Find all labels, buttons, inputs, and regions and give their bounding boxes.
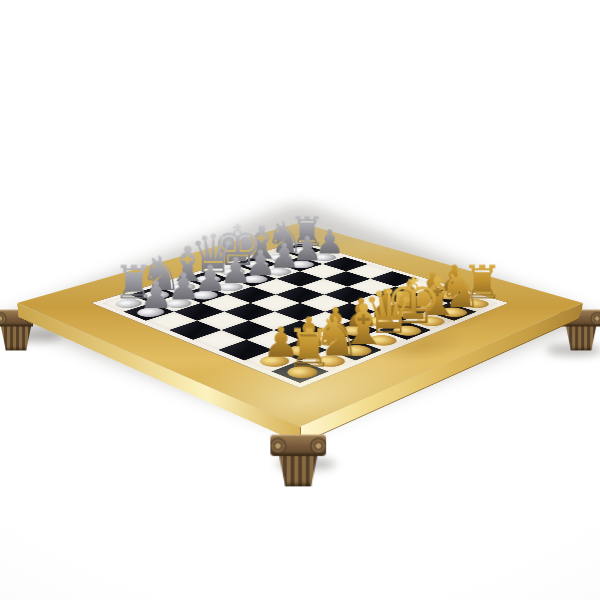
chess-board: ♜♞♝♛♚♝♞♜♟♟♟♟♟♟♟♟♟♟♟♟♟♟♟♟♜♞♝♛♚♝♞♜ (17, 223, 583, 427)
foot-flutes (279, 456, 317, 486)
scene: ♜♞♝♛♚♝♞♜♟♟♟♟♟♟♟♟♟♟♟♟♟♟♟♟♜♞♝♛♚♝♞♜ (0, 0, 600, 600)
product-photo: ♜♞♝♛♚♝♞♜♟♟♟♟♟♟♟♟♟♟♟♟♟♟♟♟♜♞♝♛♚♝♞♜ (0, 0, 600, 600)
ionic-foot-front (268, 426, 329, 499)
foot-flutes (1, 326, 31, 350)
foot-flutes (566, 326, 596, 350)
piece-base (362, 333, 402, 348)
piece-base (387, 324, 426, 338)
piece-black-rook: ♜ (280, 181, 333, 252)
foot-volutes (270, 434, 326, 456)
